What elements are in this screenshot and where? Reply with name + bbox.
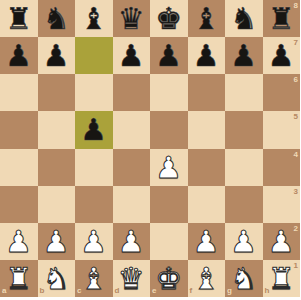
square-a7[interactable]: ♟ [0, 37, 38, 74]
white-pawn: ♟ [268, 223, 295, 260]
square-b4[interactable] [38, 149, 76, 186]
black-rook: ♜ [5, 0, 32, 37]
square-f4[interactable] [188, 149, 226, 186]
square-g3[interactable] [225, 186, 263, 223]
rank-label-6: 6 [294, 76, 298, 84]
square-a6[interactable] [0, 74, 38, 111]
white-pawn: ♟ [80, 223, 107, 260]
rank-label-4: 4 [294, 151, 298, 159]
square-e8[interactable]: ♚ [150, 0, 188, 37]
black-knight: ♞ [230, 0, 257, 37]
white-bishop: ♝ [80, 260, 107, 297]
black-pawn: ♟ [80, 111, 107, 148]
black-king: ♚ [155, 0, 182, 37]
rank-label-5: 5 [294, 113, 298, 121]
file-label-a: a [2, 287, 6, 295]
square-c7[interactable] [75, 37, 113, 74]
square-f8[interactable]: ♝ [188, 0, 226, 37]
square-d5[interactable] [113, 111, 151, 148]
black-pawn: ♟ [268, 37, 295, 74]
white-pawn: ♟ [193, 223, 220, 260]
square-a2[interactable]: ♟ [0, 223, 38, 260]
square-d4[interactable] [113, 149, 151, 186]
square-g6[interactable] [225, 74, 263, 111]
square-d1[interactable]: ♛d [113, 260, 151, 297]
square-e7[interactable]: ♟ [150, 37, 188, 74]
square-a4[interactable] [0, 149, 38, 186]
square-f3[interactable] [188, 186, 226, 223]
white-knight: ♞ [43, 260, 70, 297]
square-g1[interactable]: ♞g [225, 260, 263, 297]
square-b6[interactable] [38, 74, 76, 111]
square-g2[interactable]: ♟ [225, 223, 263, 260]
square-f2[interactable]: ♟ [188, 223, 226, 260]
square-d3[interactable] [113, 186, 151, 223]
square-h1[interactable]: ♜1h [263, 260, 301, 297]
square-g8[interactable]: ♞ [225, 0, 263, 37]
square-e6[interactable] [150, 74, 188, 111]
square-d8[interactable]: ♛ [113, 0, 151, 37]
black-queen: ♛ [118, 0, 145, 37]
square-c8[interactable]: ♝ [75, 0, 113, 37]
square-d7[interactable]: ♟ [113, 37, 151, 74]
square-a5[interactable] [0, 111, 38, 148]
square-c5[interactable]: ♟ [75, 111, 113, 148]
square-d6[interactable] [113, 74, 151, 111]
square-h8[interactable]: ♜8 [263, 0, 301, 37]
square-h3[interactable]: 3 [263, 186, 301, 223]
square-g5[interactable] [225, 111, 263, 148]
square-f1[interactable]: ♝f [188, 260, 226, 297]
square-g4[interactable] [225, 149, 263, 186]
square-e5[interactable] [150, 111, 188, 148]
white-pawn: ♟ [155, 149, 182, 186]
black-pawn: ♟ [43, 37, 70, 74]
square-b1[interactable]: ♞b [38, 260, 76, 297]
square-h6[interactable]: 6 [263, 74, 301, 111]
square-b5[interactable] [38, 111, 76, 148]
square-g7[interactable]: ♟ [225, 37, 263, 74]
white-rook: ♜ [268, 260, 295, 297]
square-h5[interactable]: 5 [263, 111, 301, 148]
square-b2[interactable]: ♟ [38, 223, 76, 260]
square-b8[interactable]: ♞ [38, 0, 76, 37]
square-c1[interactable]: ♝c [75, 260, 113, 297]
file-label-d: d [115, 287, 120, 295]
rank-label-8: 8 [294, 2, 298, 10]
square-c3[interactable] [75, 186, 113, 223]
rank-label-3: 3 [294, 188, 298, 196]
rank-label-1: 1 [294, 262, 298, 270]
square-a8[interactable]: ♜ [0, 0, 38, 37]
square-e4[interactable]: ♟ [150, 149, 188, 186]
square-e3[interactable] [150, 186, 188, 223]
square-h7[interactable]: ♟7 [263, 37, 301, 74]
black-rook: ♜ [268, 0, 295, 37]
square-d2[interactable]: ♟ [113, 223, 151, 260]
square-h4[interactable]: 4 [263, 149, 301, 186]
white-pawn: ♟ [230, 223, 257, 260]
white-pawn: ♟ [43, 223, 70, 260]
square-f5[interactable] [188, 111, 226, 148]
black-pawn: ♟ [230, 37, 257, 74]
file-label-g: g [227, 287, 232, 295]
square-f7[interactable]: ♟ [188, 37, 226, 74]
square-c4[interactable] [75, 149, 113, 186]
black-pawn: ♟ [193, 37, 220, 74]
white-bishop: ♝ [193, 260, 220, 297]
file-label-f: f [190, 287, 193, 295]
white-pawn: ♟ [118, 223, 145, 260]
white-rook: ♜ [5, 260, 32, 297]
square-a3[interactable] [0, 186, 38, 223]
black-bishop: ♝ [193, 0, 220, 37]
black-pawn: ♟ [155, 37, 182, 74]
square-e2[interactable] [150, 223, 188, 260]
black-bishop: ♝ [80, 0, 107, 37]
black-pawn: ♟ [118, 37, 145, 74]
black-knight: ♞ [43, 0, 70, 37]
square-a1[interactable]: ♜a [0, 260, 38, 297]
white-pawn: ♟ [5, 223, 32, 260]
chess-board: ♜♞♝♛♚♝♞♜8♟♟♟♟♟♟♟76♟5♟43♟♟♟♟♟♟♟2♜a♞b♝c♛d♚… [0, 0, 300, 297]
square-f6[interactable] [188, 74, 226, 111]
file-label-b: b [40, 287, 45, 295]
black-pawn: ♟ [5, 37, 32, 74]
white-queen: ♛ [118, 260, 145, 297]
file-label-h: h [265, 287, 270, 295]
square-b3[interactable] [38, 186, 76, 223]
square-h2[interactable]: ♟2 [263, 223, 301, 260]
white-knight: ♞ [230, 260, 257, 297]
rank-label-7: 7 [294, 39, 298, 47]
board-background: ♜♞♝♛♚♝♞♜8♟♟♟♟♟♟♟76♟5♟43♟♟♟♟♟♟♟2♜a♞b♝c♛d♚… [0, 0, 300, 300]
square-e1[interactable]: ♚e [150, 260, 188, 297]
square-c2[interactable]: ♟ [75, 223, 113, 260]
rank-label-2: 2 [294, 225, 298, 233]
square-c6[interactable] [75, 74, 113, 111]
white-king: ♚ [155, 260, 182, 297]
square-b7[interactable]: ♟ [38, 37, 76, 74]
file-label-e: e [152, 287, 156, 295]
file-label-c: c [77, 287, 81, 295]
